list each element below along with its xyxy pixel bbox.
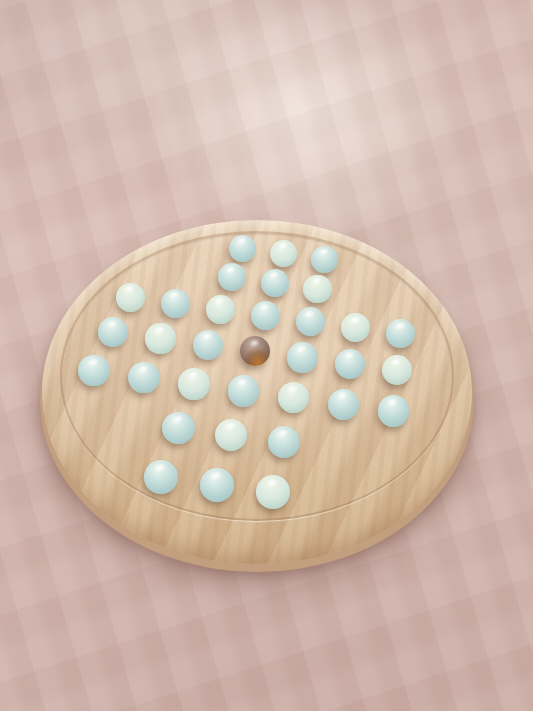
marble-r2c5[interactable] — [303, 275, 331, 303]
marble-r3c6[interactable] — [341, 313, 370, 342]
marble-r5c6[interactable] — [328, 389, 359, 420]
marble-r4c5[interactable] — [287, 342, 317, 372]
marble-r7c3[interactable] — [144, 460, 178, 494]
marble-r4c7[interactable] — [382, 355, 412, 385]
marble-r3c2[interactable] — [161, 289, 190, 318]
marble-r7c4[interactable] — [200, 468, 234, 502]
marble-r1c3[interactable] — [229, 235, 256, 262]
marble-r3c7[interactable] — [386, 319, 415, 348]
marble-r4c4-amber[interactable] — [240, 336, 270, 366]
marble-r6c5[interactable] — [268, 426, 301, 459]
marble-r3c3[interactable] — [206, 295, 235, 324]
marble-r1c5[interactable] — [311, 246, 338, 273]
marble-r4c2[interactable] — [145, 323, 175, 353]
marble-r6c4[interactable] — [215, 419, 248, 452]
marble-r4c1[interactable] — [98, 317, 128, 347]
marble-r1c4[interactable] — [270, 240, 297, 267]
marble-r5c7[interactable] — [378, 395, 409, 426]
marble-r5c2[interactable] — [128, 362, 159, 393]
marble-r6c3[interactable] — [162, 412, 195, 445]
marble-r4c6[interactable] — [335, 349, 365, 379]
marble-r5c3[interactable] — [178, 368, 209, 399]
marble-r2c4[interactable] — [261, 269, 289, 297]
photo-stage — [0, 0, 533, 711]
marble-r3c1[interactable] — [116, 283, 145, 312]
marble-r5c1[interactable] — [78, 355, 109, 386]
marble-r3c4[interactable] — [251, 301, 280, 330]
marble-r2c3[interactable] — [218, 263, 246, 291]
marble-r5c4[interactable] — [228, 375, 259, 406]
marble-r5c5[interactable] — [278, 382, 309, 413]
marble-r4c3[interactable] — [193, 330, 223, 360]
marbles-layer — [0, 0, 533, 711]
marble-r3c5[interactable] — [296, 307, 325, 336]
marble-r7c5[interactable] — [256, 475, 290, 509]
